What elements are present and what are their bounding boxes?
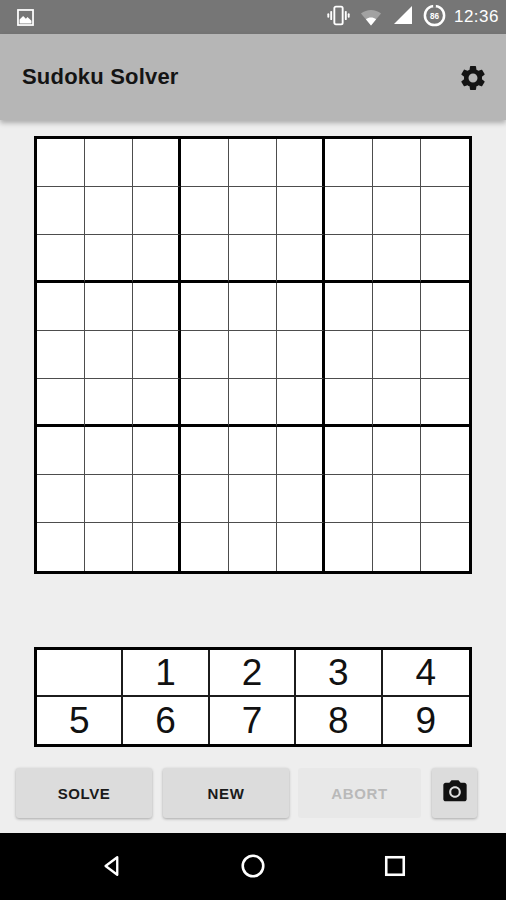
sudoku-cell[interactable]	[325, 283, 373, 331]
sudoku-cell[interactable]	[181, 379, 229, 427]
cellular-signal-icon	[391, 4, 415, 30]
sudoku-board	[34, 136, 472, 574]
sudoku-cell[interactable]	[37, 523, 85, 571]
sudoku-cell[interactable]	[277, 379, 325, 427]
sudoku-cell[interactable]	[325, 427, 373, 475]
number-picker: 123456789	[34, 647, 472, 747]
sudoku-cell[interactable]	[85, 523, 133, 571]
new-button[interactable]: NEW	[163, 768, 289, 818]
sudoku-cell[interactable]	[277, 187, 325, 235]
android-navigation-bar	[0, 833, 506, 900]
sudoku-cell[interactable]	[373, 283, 421, 331]
sudoku-cell[interactable]	[85, 235, 133, 283]
sudoku-cell[interactable]	[133, 427, 181, 475]
sudoku-cell[interactable]	[181, 283, 229, 331]
recents-icon	[381, 868, 409, 883]
solve-button[interactable]: SOLVE	[16, 768, 152, 818]
sudoku-cell[interactable]	[85, 187, 133, 235]
sudoku-cell[interactable]	[373, 235, 421, 283]
sudoku-cell[interactable]	[373, 475, 421, 523]
picker-cell-5[interactable]: 5	[37, 697, 123, 744]
sudoku-cell[interactable]	[373, 187, 421, 235]
picker-cell-7[interactable]: 7	[210, 697, 296, 744]
sudoku-cell[interactable]	[421, 187, 469, 235]
sudoku-cell[interactable]	[421, 523, 469, 571]
sudoku-cell[interactable]	[133, 523, 181, 571]
picker-cell-6[interactable]: 6	[123, 697, 209, 744]
sudoku-cell[interactable]	[229, 283, 277, 331]
sudoku-cell[interactable]	[325, 139, 373, 187]
sudoku-cell[interactable]	[325, 523, 373, 571]
camera-button[interactable]	[432, 768, 477, 818]
abort-button: ABORT	[298, 768, 421, 818]
sudoku-cell[interactable]	[229, 427, 277, 475]
picker-cell-1[interactable]: 1	[123, 650, 209, 697]
picker-cell-2[interactable]: 2	[210, 650, 296, 697]
sudoku-cell[interactable]	[421, 331, 469, 379]
sudoku-cell[interactable]	[37, 379, 85, 427]
sudoku-cell[interactable]	[85, 427, 133, 475]
gear-icon	[458, 81, 488, 96]
sudoku-cell[interactable]	[37, 187, 85, 235]
sudoku-cell[interactable]	[373, 331, 421, 379]
sudoku-cell[interactable]	[133, 475, 181, 523]
sudoku-cell[interactable]	[37, 235, 85, 283]
picker-cell-clear[interactable]	[37, 650, 123, 697]
sudoku-cell[interactable]	[181, 235, 229, 283]
sudoku-cell[interactable]	[37, 475, 85, 523]
sudoku-cell[interactable]	[277, 235, 325, 283]
sudoku-cell[interactable]	[133, 379, 181, 427]
sudoku-cell[interactable]	[421, 379, 469, 427]
sudoku-cell[interactable]	[229, 187, 277, 235]
camera-icon	[441, 778, 469, 809]
sudoku-cell[interactable]	[421, 475, 469, 523]
sudoku-cell[interactable]	[421, 283, 469, 331]
sudoku-cell[interactable]	[277, 427, 325, 475]
sudoku-cell[interactable]	[85, 379, 133, 427]
sudoku-cell[interactable]	[85, 139, 133, 187]
status-bar: 86 12:36	[0, 0, 506, 34]
sudoku-cell[interactable]	[325, 379, 373, 427]
sudoku-cell[interactable]	[181, 475, 229, 523]
sudoku-cell[interactable]	[85, 331, 133, 379]
sudoku-cell[interactable]	[133, 187, 181, 235]
sudoku-cell[interactable]	[373, 427, 421, 475]
sudoku-cell[interactable]	[325, 187, 373, 235]
back-icon	[98, 868, 126, 883]
sudoku-cell[interactable]	[229, 523, 277, 571]
clock-text: 12:36	[454, 7, 499, 27]
settings-button[interactable]	[458, 63, 488, 93]
app-bar: Sudoku Solver	[0, 34, 506, 120]
sudoku-cell[interactable]	[277, 475, 325, 523]
sudoku-cell[interactable]	[133, 139, 181, 187]
sudoku-cell[interactable]	[277, 283, 325, 331]
home-icon	[239, 868, 267, 883]
sudoku-cell[interactable]	[373, 523, 421, 571]
sudoku-cell[interactable]	[181, 523, 229, 571]
vibrate-icon	[326, 3, 351, 32]
sudoku-cell[interactable]	[37, 427, 85, 475]
sudoku-cell[interactable]	[133, 283, 181, 331]
sudoku-cell[interactable]	[37, 139, 85, 187]
sudoku-cell[interactable]	[181, 331, 229, 379]
sudoku-cell[interactable]	[181, 427, 229, 475]
sudoku-cell[interactable]	[229, 139, 277, 187]
sudoku-cell[interactable]	[325, 475, 373, 523]
sudoku-cell[interactable]	[373, 379, 421, 427]
battery-percent-text: 86	[430, 11, 440, 20]
sudoku-solver-app: 86 12:36 Sudoku Solver 123456789 SOLVE N…	[0, 0, 506, 900]
sudoku-cell[interactable]	[229, 235, 277, 283]
battery-icon: 86	[422, 3, 447, 32]
wifi-icon	[358, 4, 384, 31]
picker-cell-8[interactable]: 8	[296, 697, 382, 744]
sudoku-cell[interactable]	[133, 331, 181, 379]
picker-cell-4[interactable]: 4	[383, 650, 469, 697]
picker-cell-9[interactable]: 9	[383, 697, 469, 744]
sudoku-cell[interactable]	[277, 523, 325, 571]
picker-cell-3[interactable]: 3	[296, 650, 382, 697]
screenshot-notification-icon	[16, 8, 35, 31]
sudoku-cell[interactable]	[181, 187, 229, 235]
sudoku-cell[interactable]	[325, 235, 373, 283]
sudoku-cell[interactable]	[37, 283, 85, 331]
sudoku-cell[interactable]	[277, 139, 325, 187]
sudoku-cell[interactable]	[181, 139, 229, 187]
sudoku-cell[interactable]	[373, 139, 421, 187]
sudoku-cell[interactable]	[229, 475, 277, 523]
sudoku-cell[interactable]	[85, 475, 133, 523]
sudoku-cell[interactable]	[421, 427, 469, 475]
sudoku-cell[interactable]	[325, 331, 373, 379]
sudoku-cell[interactable]	[133, 235, 181, 283]
sudoku-cell[interactable]	[229, 379, 277, 427]
sudoku-cell[interactable]	[277, 331, 325, 379]
recents-button[interactable]	[381, 852, 409, 880]
sudoku-cell[interactable]	[229, 331, 277, 379]
sudoku-cell[interactable]	[37, 331, 85, 379]
sudoku-cell[interactable]	[421, 139, 469, 187]
sudoku-cell[interactable]	[421, 235, 469, 283]
back-button[interactable]	[98, 852, 126, 880]
home-button[interactable]	[239, 852, 267, 880]
page-title: Sudoku Solver	[22, 34, 179, 120]
sudoku-cell[interactable]	[85, 283, 133, 331]
